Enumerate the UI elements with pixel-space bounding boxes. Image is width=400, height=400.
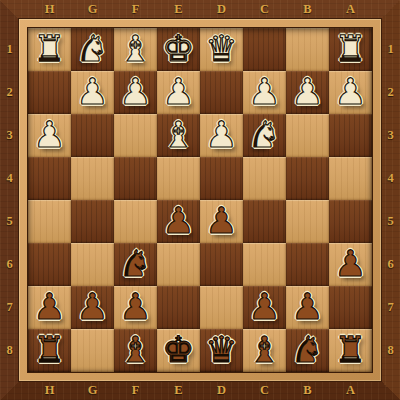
square-b4[interactable]	[286, 157, 329, 200]
black-bishop-f8[interactable]: ♝	[119, 332, 151, 368]
black-pawn-g7[interactable]: ♟	[76, 289, 108, 325]
square-h7[interactable]: ♟	[28, 286, 71, 329]
rank-label-5: 5	[381, 200, 400, 243]
black-bishop-c8[interactable]: ♝	[248, 332, 280, 368]
black-pawn-b7[interactable]: ♟	[291, 289, 323, 325]
white-pawn-b2[interactable]: ♟	[291, 74, 323, 110]
square-b1[interactable]	[286, 28, 329, 71]
white-knight-c3[interactable]: ♞	[248, 117, 280, 153]
black-pawn-d5[interactable]: ♟	[205, 203, 237, 239]
square-c6[interactable]	[243, 243, 286, 286]
square-d5[interactable]: ♟	[200, 200, 243, 243]
rank-labels-left: 12345678	[0, 28, 19, 372]
square-f3[interactable]	[114, 114, 157, 157]
black-knight-f6[interactable]: ♞	[119, 246, 151, 282]
square-f8[interactable]: ♝	[114, 329, 157, 372]
rank-label-5: 5	[0, 200, 19, 243]
rank-label-8: 8	[381, 329, 400, 372]
white-king-e1[interactable]: ♚	[162, 31, 194, 67]
square-b3[interactable]	[286, 114, 329, 157]
white-bishop-f1[interactable]: ♝	[119, 31, 151, 67]
file-labels-bottom: HGFEDCBA	[28, 381, 372, 400]
rank-label-2: 2	[0, 71, 19, 114]
square-d6[interactable]	[200, 243, 243, 286]
rank-label-2: 2	[381, 71, 400, 114]
rank-label-7: 7	[0, 286, 19, 329]
square-f2[interactable]: ♟	[114, 71, 157, 114]
square-c8[interactable]: ♝	[243, 329, 286, 372]
file-labels-top: HGFEDCBA	[28, 0, 372, 19]
rank-label-4: 4	[381, 157, 400, 200]
file-label-d: D	[200, 381, 243, 400]
square-b5[interactable]	[286, 200, 329, 243]
black-rook-a8[interactable]: ♜	[334, 332, 366, 368]
square-e2[interactable]: ♟	[157, 71, 200, 114]
square-e4[interactable]	[157, 157, 200, 200]
file-label-e: E	[157, 381, 200, 400]
square-h5[interactable]	[28, 200, 71, 243]
white-pawn-h3[interactable]: ♟	[33, 117, 65, 153]
file-label-b: B	[286, 381, 329, 400]
square-a6[interactable]: ♟	[329, 243, 372, 286]
square-d4[interactable]	[200, 157, 243, 200]
rank-label-6: 6	[0, 243, 19, 286]
chess-board: ♜♞♝♚♛♜♟♟♟♟♟♟♟♝♟♞♟♟♞♟♟♟♟♟♟♜♝♚♛♝♞♜	[28, 28, 372, 372]
square-c1[interactable]	[243, 28, 286, 71]
square-e7[interactable]	[157, 286, 200, 329]
square-d1[interactable]: ♛	[200, 28, 243, 71]
file-label-c: C	[243, 0, 286, 19]
white-queen-d1[interactable]: ♛	[205, 31, 237, 67]
square-h3[interactable]: ♟	[28, 114, 71, 157]
rank-label-3: 3	[0, 114, 19, 157]
square-e6[interactable]	[157, 243, 200, 286]
white-knight-g1[interactable]: ♞	[76, 31, 108, 67]
square-e8[interactable]: ♚	[157, 329, 200, 372]
square-h6[interactable]	[28, 243, 71, 286]
black-queen-d8[interactable]: ♛	[205, 332, 237, 368]
square-d2[interactable]	[200, 71, 243, 114]
black-pawn-c7[interactable]: ♟	[248, 289, 280, 325]
rank-label-8: 8	[0, 329, 19, 372]
rank-labels-right: 12345678	[381, 28, 400, 372]
square-c5[interactable]	[243, 200, 286, 243]
white-rook-a1[interactable]: ♜	[334, 31, 366, 67]
black-pawn-e5[interactable]: ♟	[162, 203, 194, 239]
file-label-b: B	[286, 0, 329, 19]
square-h4[interactable]	[28, 157, 71, 200]
white-pawn-c2[interactable]: ♟	[248, 74, 280, 110]
white-pawn-e2[interactable]: ♟	[162, 74, 194, 110]
white-pawn-g2[interactable]: ♟	[76, 74, 108, 110]
rank-label-1: 1	[381, 28, 400, 71]
black-pawn-a6[interactable]: ♟	[334, 246, 366, 282]
square-a1[interactable]: ♜	[329, 28, 372, 71]
square-f1[interactable]: ♝	[114, 28, 157, 71]
square-a4[interactable]	[329, 157, 372, 200]
white-pawn-a2[interactable]: ♟	[334, 74, 366, 110]
rank-label-3: 3	[381, 114, 400, 157]
square-a3[interactable]	[329, 114, 372, 157]
white-rook-h1[interactable]: ♜	[33, 31, 65, 67]
file-label-a: A	[329, 0, 372, 19]
rank-label-6: 6	[381, 243, 400, 286]
file-label-g: G	[71, 381, 114, 400]
square-g3[interactable]	[71, 114, 114, 157]
square-b8[interactable]: ♞	[286, 329, 329, 372]
rank-label-4: 4	[0, 157, 19, 200]
square-b7[interactable]: ♟	[286, 286, 329, 329]
square-g5[interactable]	[71, 200, 114, 243]
square-d3[interactable]: ♟	[200, 114, 243, 157]
file-label-d: D	[200, 0, 243, 19]
square-h1[interactable]: ♜	[28, 28, 71, 71]
black-king-e8[interactable]: ♚	[162, 332, 194, 368]
black-rook-h8[interactable]: ♜	[33, 332, 65, 368]
square-g1[interactable]: ♞	[71, 28, 114, 71]
square-e1[interactable]: ♚	[157, 28, 200, 71]
white-bishop-e3[interactable]: ♝	[162, 117, 194, 153]
square-g8[interactable]	[71, 329, 114, 372]
square-e3[interactable]: ♝	[157, 114, 200, 157]
file-label-c: C	[243, 381, 286, 400]
square-h8[interactable]: ♜	[28, 329, 71, 372]
file-label-a: A	[329, 381, 372, 400]
rank-label-1: 1	[0, 28, 19, 71]
square-f7[interactable]: ♟	[114, 286, 157, 329]
black-pawn-h7[interactable]: ♟	[33, 289, 65, 325]
square-b2[interactable]: ♟	[286, 71, 329, 114]
rank-label-7: 7	[381, 286, 400, 329]
square-a2[interactable]: ♟	[329, 71, 372, 114]
square-a7[interactable]	[329, 286, 372, 329]
square-c3[interactable]: ♞	[243, 114, 286, 157]
square-g4[interactable]	[71, 157, 114, 200]
white-pawn-f2[interactable]: ♟	[119, 74, 151, 110]
square-c2[interactable]: ♟	[243, 71, 286, 114]
file-label-f: F	[114, 0, 157, 19]
file-label-h: H	[28, 0, 71, 19]
chess-board-frame: HGFEDCBA HGFEDCBA 12345678 12345678 ♜♞♝♚…	[0, 0, 400, 400]
file-label-g: G	[71, 0, 114, 19]
square-a8[interactable]: ♜	[329, 329, 372, 372]
square-f4[interactable]	[114, 157, 157, 200]
square-d8[interactable]: ♛	[200, 329, 243, 372]
square-g7[interactable]: ♟	[71, 286, 114, 329]
black-knight-b8[interactable]: ♞	[291, 332, 323, 368]
square-a5[interactable]	[329, 200, 372, 243]
square-g6[interactable]	[71, 243, 114, 286]
black-pawn-f7[interactable]: ♟	[119, 289, 151, 325]
square-f5[interactable]	[114, 200, 157, 243]
square-c4[interactable]	[243, 157, 286, 200]
square-c7[interactable]: ♟	[243, 286, 286, 329]
square-g2[interactable]: ♟	[71, 71, 114, 114]
square-e5[interactable]: ♟	[157, 200, 200, 243]
file-label-f: F	[114, 381, 157, 400]
file-label-e: E	[157, 0, 200, 19]
square-d7[interactable]	[200, 286, 243, 329]
square-f6[interactable]: ♞	[114, 243, 157, 286]
square-h2[interactable]	[28, 71, 71, 114]
square-b6[interactable]	[286, 243, 329, 286]
file-label-h: H	[28, 381, 71, 400]
white-pawn-d3[interactable]: ♟	[205, 117, 237, 153]
